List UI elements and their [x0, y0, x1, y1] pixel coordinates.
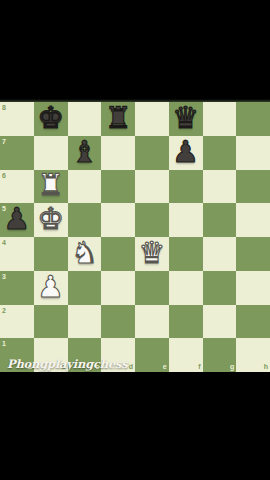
file-label-g: g [230, 363, 234, 370]
square-g4[interactable] [203, 237, 237, 271]
square-c3[interactable] [68, 271, 102, 305]
square-c5[interactable] [68, 203, 102, 237]
file-label-h: h [264, 363, 268, 370]
square-c2[interactable] [68, 305, 102, 339]
piece-black-queen[interactable]: ♛ [172, 103, 199, 133]
square-f5[interactable] [169, 203, 203, 237]
square-f8[interactable]: ♛ [169, 102, 203, 136]
square-h8[interactable] [236, 102, 270, 136]
chess-board: 8♚♜♛7♝♟6♜5♟♚4♞♛3♟21abcdefgh [0, 102, 270, 372]
square-b2[interactable] [34, 305, 68, 339]
square-c8[interactable] [68, 102, 102, 136]
video-frame: 8♚♜♛7♝♟6♜5♟♚4♞♛3♟21abcdefgh Phongplaying… [0, 0, 270, 480]
square-a5[interactable]: 5♟ [0, 203, 34, 237]
piece-white-rook[interactable]: ♜ [37, 170, 64, 200]
square-e8[interactable] [135, 102, 169, 136]
square-g3[interactable] [203, 271, 237, 305]
square-h5[interactable] [236, 203, 270, 237]
square-e3[interactable] [135, 271, 169, 305]
piece-white-knight[interactable]: ♞ [71, 238, 98, 268]
square-h2[interactable] [236, 305, 270, 339]
square-e6[interactable] [135, 170, 169, 204]
piece-black-rook[interactable]: ♜ [105, 103, 132, 133]
rank-label-7: 7 [2, 138, 6, 145]
rank-label-2: 2 [2, 307, 6, 314]
square-h6[interactable] [236, 170, 270, 204]
piece-black-king[interactable]: ♚ [37, 103, 64, 133]
square-d7[interactable] [101, 136, 135, 170]
square-f4[interactable] [169, 237, 203, 271]
square-e7[interactable] [135, 136, 169, 170]
file-label-e: e [163, 363, 167, 370]
square-h3[interactable] [236, 271, 270, 305]
square-d2[interactable] [101, 305, 135, 339]
piece-white-queen[interactable]: ♛ [138, 238, 165, 268]
square-e4[interactable]: ♛ [135, 237, 169, 271]
square-g8[interactable] [203, 102, 237, 136]
square-a8[interactable]: 8 [0, 102, 34, 136]
file-label-f: f [198, 363, 200, 370]
piece-white-king[interactable]: ♚ [37, 204, 64, 234]
piece-black-pawn[interactable]: ♟ [3, 204, 30, 234]
square-d5[interactable] [101, 203, 135, 237]
square-b4[interactable] [34, 237, 68, 271]
square-c4[interactable]: ♞ [68, 237, 102, 271]
square-f2[interactable] [169, 305, 203, 339]
square-g1[interactable]: g [203, 338, 237, 372]
square-c7[interactable]: ♝ [68, 136, 102, 170]
square-b3[interactable]: ♟ [34, 271, 68, 305]
file-label-d: d [129, 363, 133, 370]
square-b7[interactable] [34, 136, 68, 170]
square-e2[interactable] [135, 305, 169, 339]
square-a3[interactable]: 3 [0, 271, 34, 305]
square-f7[interactable]: ♟ [169, 136, 203, 170]
square-b5[interactable]: ♚ [34, 203, 68, 237]
square-f1[interactable]: f [169, 338, 203, 372]
square-f3[interactable] [169, 271, 203, 305]
square-d3[interactable] [101, 271, 135, 305]
square-a2[interactable]: 2 [0, 305, 34, 339]
square-d4[interactable] [101, 237, 135, 271]
watermark: Phongplayingchess [7, 357, 128, 371]
square-h1[interactable]: h [236, 338, 270, 372]
piece-black-bishop[interactable]: ♝ [71, 137, 98, 167]
square-g2[interactable] [203, 305, 237, 339]
square-d6[interactable] [101, 170, 135, 204]
square-c6[interactable] [68, 170, 102, 204]
square-b6[interactable]: ♜ [34, 170, 68, 204]
square-a6[interactable]: 6 [0, 170, 34, 204]
square-d8[interactable]: ♜ [101, 102, 135, 136]
rank-label-1: 1 [2, 340, 6, 347]
piece-white-pawn[interactable]: ♟ [37, 272, 64, 302]
square-e5[interactable] [135, 203, 169, 237]
piece-black-pawn[interactable]: ♟ [172, 137, 199, 167]
square-e1[interactable]: e [135, 338, 169, 372]
square-g6[interactable] [203, 170, 237, 204]
square-a4[interactable]: 4 [0, 237, 34, 271]
square-a7[interactable]: 7 [0, 136, 34, 170]
rank-label-4: 4 [2, 239, 6, 246]
rank-label-8: 8 [2, 104, 6, 111]
square-g7[interactable] [203, 136, 237, 170]
square-h7[interactable] [236, 136, 270, 170]
square-h4[interactable] [236, 237, 270, 271]
square-b8[interactable]: ♚ [34, 102, 68, 136]
square-g5[interactable] [203, 203, 237, 237]
square-f6[interactable] [169, 170, 203, 204]
rank-label-3: 3 [2, 273, 6, 280]
rank-label-6: 6 [2, 172, 6, 179]
